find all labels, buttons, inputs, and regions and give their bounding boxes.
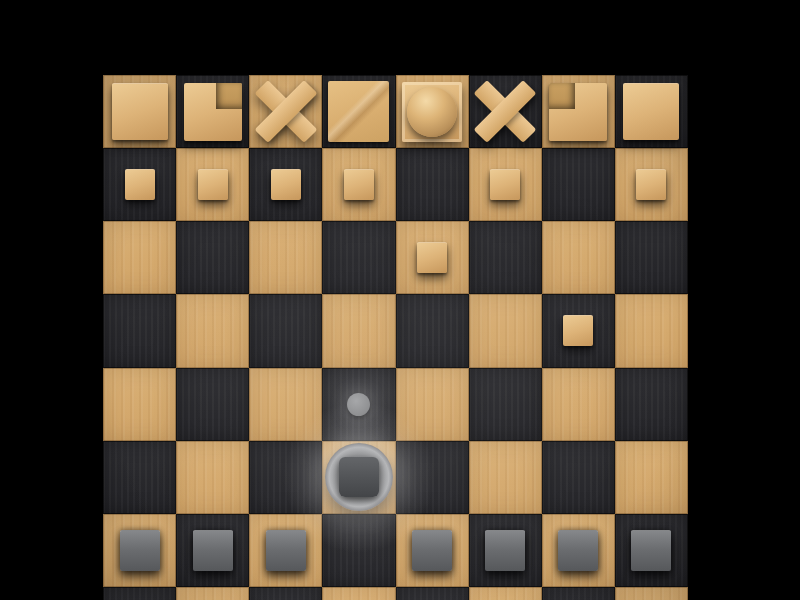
square-b3[interactable] [542,221,615,294]
move-hint-dot[interactable] [347,393,370,416]
square-d5[interactable] [396,368,469,441]
square-g6[interactable] [176,441,249,514]
square-g3[interactable] [176,221,249,294]
piece-w-pawn-a2[interactable] [636,169,666,200]
square-d2[interactable] [396,148,469,221]
piece-w-pawn-e2[interactable] [344,169,374,200]
square-f4[interactable] [249,294,322,367]
square-f2[interactable] [249,148,322,221]
piece-w-pawn-b4[interactable] [563,315,593,346]
square-c2[interactable] [469,148,542,221]
knight-notch [549,83,575,109]
square-e8[interactable] [322,587,395,600]
square-f5[interactable] [249,368,322,441]
piece-w-rook-a1[interactable] [623,83,679,140]
square-e2[interactable] [322,148,395,221]
piece-b-pawn-a7[interactable] [631,530,671,571]
square-e4[interactable] [322,294,395,367]
square-a1[interactable] [615,75,688,148]
knight-notch [216,83,242,109]
piece-b-pawn-b7[interactable] [558,530,598,571]
square-a3[interactable] [615,221,688,294]
square-c3[interactable] [469,221,542,294]
square-g1[interactable] [176,75,249,148]
piece-w-pawn-f2[interactable] [271,169,301,200]
square-f8[interactable] [249,587,322,600]
square-b6[interactable] [542,441,615,514]
square-g2[interactable] [176,148,249,221]
piece-w-bishop-c1[interactable] [472,79,538,145]
piece-w-pawn-c2[interactable] [490,169,520,200]
piece-w-pawn-h2[interactable] [125,169,155,200]
square-f3[interactable] [249,221,322,294]
square-c1[interactable] [469,75,542,148]
piece-b-pawn-g7[interactable] [193,530,233,571]
square-e7[interactable] [322,514,395,587]
piece-b-pawn-selected-e6[interactable] [325,443,393,511]
square-b4[interactable] [542,294,615,367]
game-viewport [0,0,800,600]
square-d8[interactable] [396,587,469,600]
piece-w-bishop-f1[interactable] [253,79,319,145]
square-d7[interactable] [396,514,469,587]
square-d4[interactable] [396,294,469,367]
square-e1[interactable] [322,75,395,148]
square-h8[interactable] [103,587,176,600]
piece-w-knight-nl-b1[interactable] [549,83,607,141]
piece-w-rook-h1[interactable] [112,83,168,140]
piece-b-pawn-f7[interactable] [266,530,306,571]
chess-board [103,75,688,600]
square-e6[interactable] [322,441,395,514]
square-e5[interactable] [322,368,395,441]
square-c6[interactable] [469,441,542,514]
square-h6[interactable] [103,441,176,514]
piece-w-pawn-d3[interactable] [417,242,447,273]
square-c4[interactable] [469,294,542,367]
square-c5[interactable] [469,368,542,441]
square-b8[interactable] [542,587,615,600]
piece-w-queen-d1[interactable] [402,82,462,142]
square-h7[interactable] [103,514,176,587]
square-a5[interactable] [615,368,688,441]
square-h2[interactable] [103,148,176,221]
square-b7[interactable] [542,514,615,587]
piece-w-pawn-g2[interactable] [198,169,228,200]
square-a6[interactable] [615,441,688,514]
square-a2[interactable] [615,148,688,221]
square-a4[interactable] [615,294,688,367]
piece-b-pawn-c7[interactable] [485,530,525,571]
square-h5[interactable] [103,368,176,441]
square-h1[interactable] [103,75,176,148]
square-e3[interactable] [322,221,395,294]
square-d6[interactable] [396,441,469,514]
square-g8[interactable] [176,587,249,600]
square-g7[interactable] [176,514,249,587]
square-d3[interactable] [396,221,469,294]
square-g5[interactable] [176,368,249,441]
square-a7[interactable] [615,514,688,587]
square-d1[interactable] [396,75,469,148]
square-b2[interactable] [542,148,615,221]
square-h3[interactable] [103,221,176,294]
piece-w-knight-nr-g1[interactable] [184,83,242,141]
square-f1[interactable] [249,75,322,148]
piece-b-pawn-d7[interactable] [412,530,452,571]
square-c7[interactable] [469,514,542,587]
square-a8[interactable] [615,587,688,600]
square-g4[interactable] [176,294,249,367]
square-c8[interactable] [469,587,542,600]
square-f7[interactable] [249,514,322,587]
piece-w-king-e1[interactable] [328,81,389,142]
square-b5[interactable] [542,368,615,441]
piece-b-pawn-h7[interactable] [120,530,160,571]
square-h4[interactable] [103,294,176,367]
square-b1[interactable] [542,75,615,148]
selected-black-pawn[interactable] [339,457,379,497]
square-f6[interactable] [249,441,322,514]
queen-ball-icon [407,87,457,137]
